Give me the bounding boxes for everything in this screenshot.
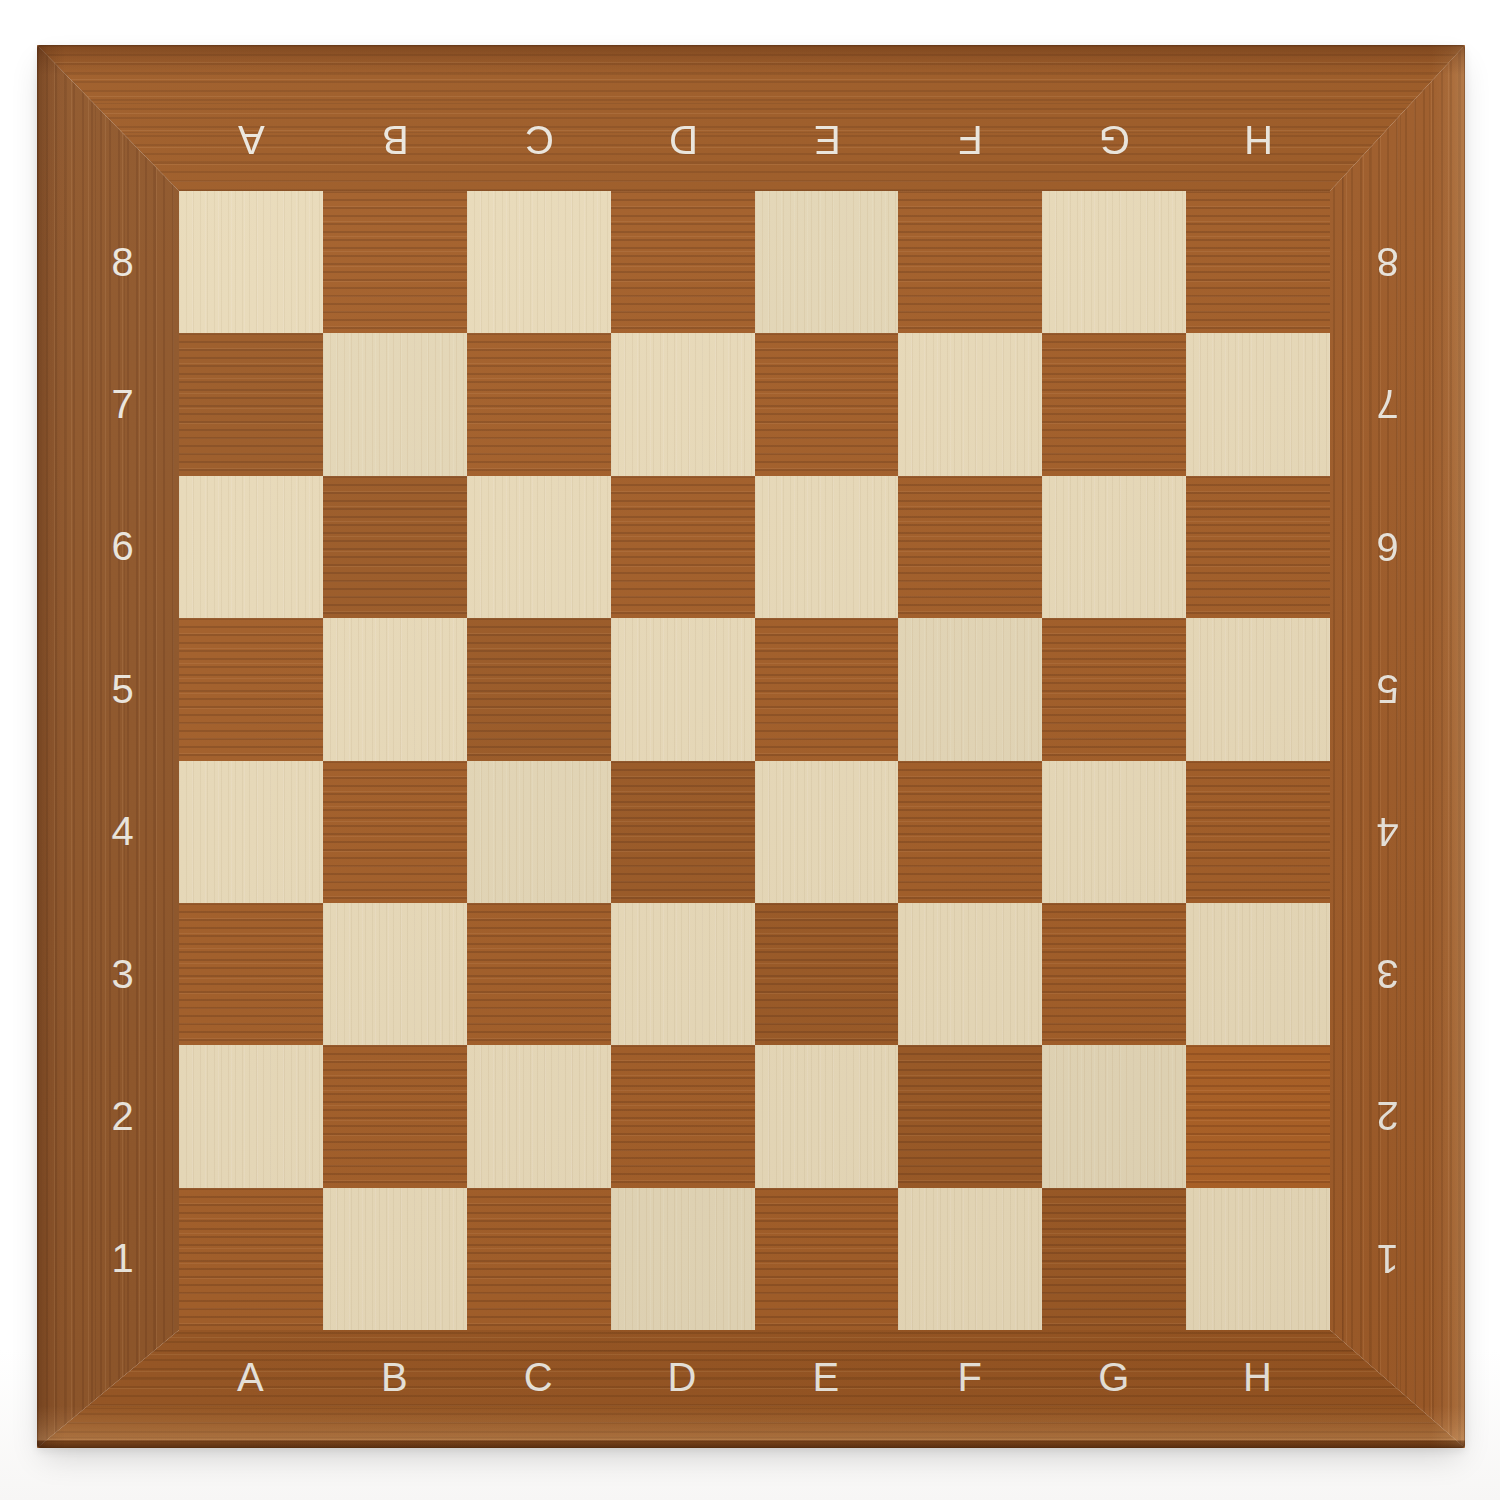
- square-c6[interactable]: [467, 476, 611, 618]
- product-photo-background: ABCDEFGH ABCDEFGH 87654321 87654321: [0, 0, 1500, 1500]
- square-c3[interactable]: [467, 903, 611, 1045]
- square-c5[interactable]: [467, 618, 611, 760]
- square-f8[interactable]: [898, 191, 1042, 333]
- square-e8[interactable]: [755, 191, 899, 333]
- square-e4[interactable]: [755, 761, 899, 903]
- square-g4[interactable]: [1042, 761, 1186, 903]
- square-b6[interactable]: [323, 476, 467, 618]
- square-h5[interactable]: [1186, 618, 1330, 760]
- square-e5[interactable]: [755, 618, 899, 760]
- square-c7[interactable]: [467, 333, 611, 475]
- square-h2[interactable]: [1186, 1045, 1330, 1187]
- square-b5[interactable]: [323, 618, 467, 760]
- square-g5[interactable]: [1042, 618, 1186, 760]
- square-b1[interactable]: [323, 1188, 467, 1330]
- square-f3[interactable]: [898, 903, 1042, 1045]
- square-a2[interactable]: [179, 1045, 323, 1187]
- square-d3[interactable]: [611, 903, 755, 1045]
- square-d5[interactable]: [611, 618, 755, 760]
- square-c1[interactable]: [467, 1188, 611, 1330]
- square-h3[interactable]: [1186, 903, 1330, 1045]
- square-a3[interactable]: [179, 903, 323, 1045]
- square-a6[interactable]: [179, 476, 323, 618]
- square-g6[interactable]: [1042, 476, 1186, 618]
- square-d8[interactable]: [611, 191, 755, 333]
- square-d7[interactable]: [611, 333, 755, 475]
- chess-board: ABCDEFGH ABCDEFGH 87654321 87654321: [37, 45, 1465, 1448]
- square-h7[interactable]: [1186, 333, 1330, 475]
- square-g7[interactable]: [1042, 333, 1186, 475]
- square-d4[interactable]: [611, 761, 755, 903]
- square-f6[interactable]: [898, 476, 1042, 618]
- square-f4[interactable]: [898, 761, 1042, 903]
- square-b3[interactable]: [323, 903, 467, 1045]
- board-grid: [179, 191, 1330, 1330]
- square-d2[interactable]: [611, 1045, 755, 1187]
- square-f7[interactable]: [898, 333, 1042, 475]
- square-e2[interactable]: [755, 1045, 899, 1187]
- square-h6[interactable]: [1186, 476, 1330, 618]
- square-f1[interactable]: [898, 1188, 1042, 1330]
- square-c4[interactable]: [467, 761, 611, 903]
- square-a4[interactable]: [179, 761, 323, 903]
- square-d6[interactable]: [611, 476, 755, 618]
- square-f2[interactable]: [898, 1045, 1042, 1187]
- square-b4[interactable]: [323, 761, 467, 903]
- square-c2[interactable]: [467, 1045, 611, 1187]
- square-b7[interactable]: [323, 333, 467, 475]
- square-h8[interactable]: [1186, 191, 1330, 333]
- square-h4[interactable]: [1186, 761, 1330, 903]
- square-g3[interactable]: [1042, 903, 1186, 1045]
- square-g1[interactable]: [1042, 1188, 1186, 1330]
- square-f5[interactable]: [898, 618, 1042, 760]
- square-a5[interactable]: [179, 618, 323, 760]
- square-b8[interactable]: [323, 191, 467, 333]
- square-h1[interactable]: [1186, 1188, 1330, 1330]
- square-e1[interactable]: [755, 1188, 899, 1330]
- square-g8[interactable]: [1042, 191, 1186, 333]
- square-c8[interactable]: [467, 191, 611, 333]
- square-a1[interactable]: [179, 1188, 323, 1330]
- square-e3[interactable]: [755, 903, 899, 1045]
- square-a8[interactable]: [179, 191, 323, 333]
- square-e6[interactable]: [755, 476, 899, 618]
- square-e7[interactable]: [755, 333, 899, 475]
- square-d1[interactable]: [611, 1188, 755, 1330]
- square-g2[interactable]: [1042, 1045, 1186, 1187]
- square-b2[interactable]: [323, 1045, 467, 1187]
- square-a7[interactable]: [179, 333, 323, 475]
